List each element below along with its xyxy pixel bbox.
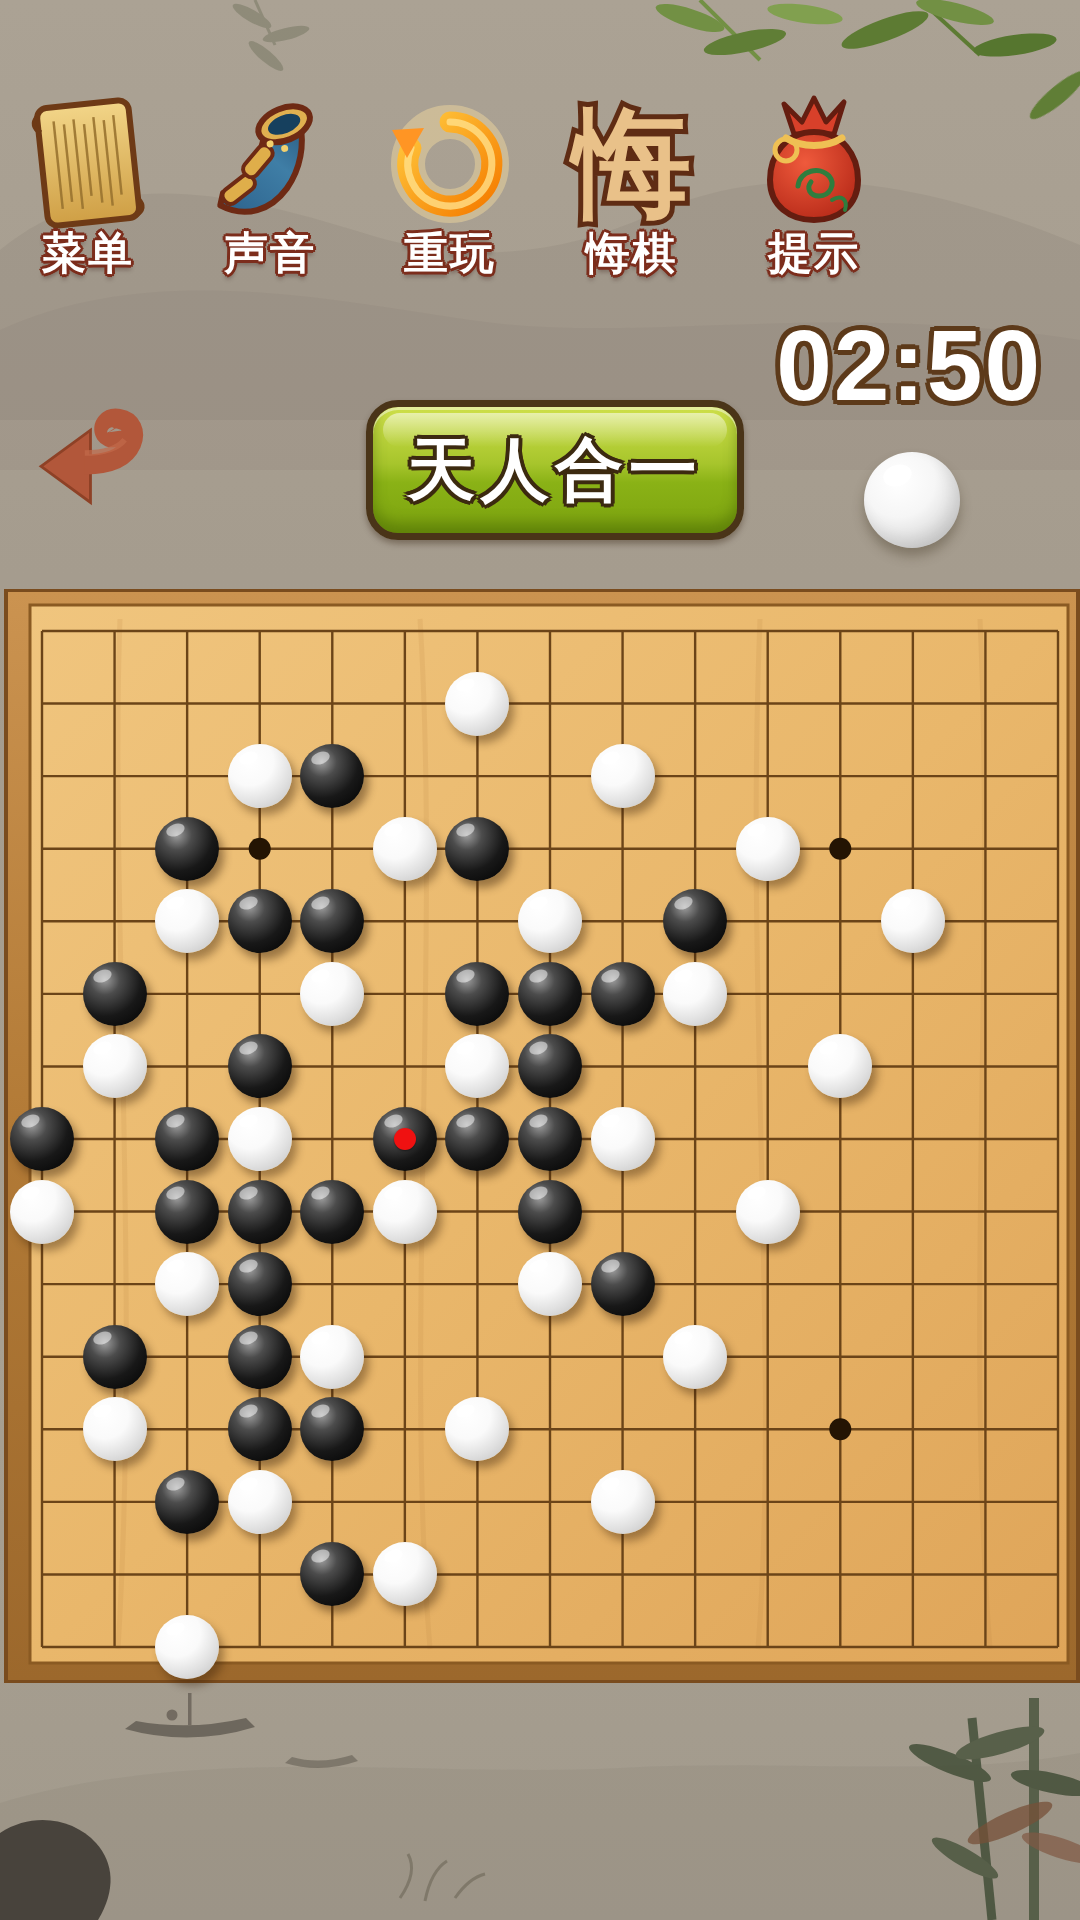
stone-white — [228, 744, 292, 808]
stone-black — [155, 1180, 219, 1244]
stone-white — [445, 1034, 509, 1098]
toolbar: 菜单 声音 重玩 悔 — [0, 92, 1080, 282]
svg-text:悔: 悔 — [568, 97, 691, 229]
hint-button[interactable]: 提示 — [726, 92, 902, 282]
stone-white — [228, 1470, 292, 1534]
stone-black — [10, 1107, 74, 1171]
stone-black — [663, 889, 727, 953]
hint-label: 提示 — [726, 224, 902, 283]
undo-label: 悔棋 — [544, 224, 720, 283]
boat-silhouettes — [125, 1693, 358, 1768]
scroll-icon — [18, 92, 158, 232]
last-move-marker — [394, 1128, 416, 1150]
gomoku-game-screen: { "game": { "name": "Gomoku (五子棋 / Five … — [0, 0, 1080, 1920]
stone-white — [591, 744, 655, 808]
stone-black — [518, 962, 582, 1026]
hui-character-icon: 悔 — [562, 92, 702, 232]
stone-black — [518, 1180, 582, 1244]
stone-white — [155, 1252, 219, 1316]
stone-black — [228, 1034, 292, 1098]
stone-black — [83, 962, 147, 1026]
stone-black — [373, 1107, 437, 1171]
stone-black — [518, 1034, 582, 1098]
sound-button[interactable]: 声音 — [182, 92, 358, 282]
stone-white — [518, 889, 582, 953]
stone-white — [591, 1470, 655, 1534]
mode-button[interactable]: 天人合一 — [366, 400, 744, 540]
footer-inkwash-decor — [0, 1683, 1080, 1920]
stone-white — [155, 889, 219, 953]
stone-white — [373, 1180, 437, 1244]
mode-button-label: 天人合一 — [407, 425, 703, 516]
stone-white — [300, 1325, 364, 1389]
stone-white — [881, 889, 945, 953]
stone-black — [445, 962, 509, 1026]
stone-black — [228, 889, 292, 953]
lucky-bag-icon — [744, 92, 884, 232]
stone-white — [300, 962, 364, 1026]
stone-white — [736, 1180, 800, 1244]
hanging-branch-top-left — [230, 0, 311, 75]
stone-black — [445, 817, 509, 881]
undo-button[interactable]: 悔 悔棋 — [544, 92, 720, 282]
stone-black — [155, 1470, 219, 1534]
stone-white — [736, 817, 800, 881]
replay-button[interactable]: 重玩 — [362, 92, 538, 282]
stone-black — [228, 1180, 292, 1244]
sound-label: 声音 — [182, 224, 358, 283]
stone-black — [155, 817, 219, 881]
stone-white — [83, 1397, 147, 1461]
horn-icon — [200, 92, 340, 232]
stone-white — [10, 1180, 74, 1244]
stone-black — [300, 1180, 364, 1244]
turn-indicator-white-stone — [864, 452, 960, 548]
stone-white — [591, 1107, 655, 1171]
replay-label: 重玩 — [362, 224, 538, 283]
stone-black — [83, 1325, 147, 1389]
stone-white — [518, 1252, 582, 1316]
stone-black — [591, 1252, 655, 1316]
stone-white — [373, 817, 437, 881]
stone-black — [445, 1107, 509, 1171]
stone-black — [300, 1542, 364, 1606]
stone-black — [228, 1252, 292, 1316]
menu-button[interactable]: 菜单 — [0, 92, 176, 282]
rocks-bottom-left — [0, 1820, 111, 1920]
back-undo-arrow-icon[interactable] — [36, 396, 162, 510]
stone-white — [155, 1615, 219, 1679]
stone-black — [228, 1397, 292, 1461]
stone-black — [155, 1107, 219, 1171]
bamboo-bottom-right — [905, 1698, 1080, 1920]
stone-white — [663, 1325, 727, 1389]
stone-white — [445, 672, 509, 736]
grass-strokes — [400, 1854, 485, 1901]
menu-label: 菜单 — [0, 224, 176, 283]
stones-layer — [0, 589, 1080, 1683]
stone-black — [300, 744, 364, 808]
stone-black — [518, 1107, 582, 1171]
stone-black — [300, 889, 364, 953]
stone-white — [445, 1397, 509, 1461]
replay-ring-icon — [380, 92, 520, 232]
gomoku-board[interactable] — [0, 589, 1080, 1683]
stone-black — [228, 1325, 292, 1389]
game-timer: 02:50 — [776, 308, 1042, 423]
stone-white — [663, 962, 727, 1026]
stone-white — [228, 1107, 292, 1171]
stone-black — [300, 1397, 364, 1461]
stone-white — [808, 1034, 872, 1098]
stone-white — [83, 1034, 147, 1098]
stone-black — [591, 962, 655, 1026]
stone-white — [373, 1542, 437, 1606]
